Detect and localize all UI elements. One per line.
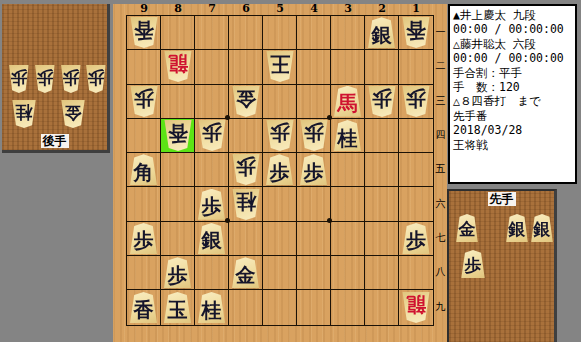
rank-label-4: 四 — [434, 118, 447, 152]
square-12[interactable] — [399, 50, 433, 84]
piece-sente-角-95[interactable]: 角 — [129, 154, 159, 185]
square-18[interactable] — [399, 256, 433, 290]
file-label-6: 6 — [229, 3, 263, 15]
square-36[interactable] — [331, 187, 365, 221]
square-45[interactable]: 歩 — [297, 153, 331, 187]
info-line-6: 手 数：120 — [453, 80, 573, 94]
hand-piece-gote-桂[interactable]: 桂 — [11, 100, 37, 128]
square-91[interactable]: 香 — [127, 16, 161, 50]
rank-label-9: 九 — [434, 289, 447, 323]
square-29[interactable] — [365, 290, 399, 324]
square-22[interactable] — [365, 50, 399, 84]
square-17[interactable]: 歩 — [399, 222, 433, 256]
hand-piece-gote-金[interactable]: 金 — [60, 100, 86, 128]
info-line-2: 00:00 / 00:00:00 — [453, 22, 573, 36]
piece-sente-銀-21[interactable]: 銀 — [367, 17, 397, 48]
square-25[interactable] — [365, 153, 399, 187]
piece-sente-香-99[interactable]: 香 — [129, 292, 159, 323]
square-28[interactable] — [365, 256, 399, 290]
square-61[interactable] — [229, 16, 263, 50]
file-label-2: 2 — [365, 3, 399, 15]
file-label-7: 7 — [195, 3, 229, 15]
piece-gote-歩-65[interactable]: 歩 — [231, 154, 261, 185]
piece-gote-香-84[interactable]: 香 — [163, 120, 193, 151]
square-33[interactable]: 馬 — [331, 85, 365, 119]
hand-piece-gote-歩[interactable]: 歩 — [85, 65, 107, 93]
square-44[interactable]: 歩 — [297, 119, 331, 153]
game-info-panel: ▲井上慶太 九段00:00 / 00:00:00△藤井聡太 六段00:00 / … — [448, 4, 577, 184]
square-35[interactable] — [331, 153, 365, 187]
rank-label-1: 一 — [434, 15, 447, 49]
sente-label: 先手 — [488, 192, 516, 206]
square-84[interactable]: 香 — [161, 119, 195, 153]
rank-label-6: 六 — [434, 186, 447, 220]
piece-gote-金-63[interactable]: 金 — [231, 86, 261, 117]
square-81[interactable] — [161, 16, 195, 50]
square-64[interactable] — [229, 119, 263, 153]
piece-gote-歩-74[interactable]: 歩 — [197, 120, 227, 151]
square-75[interactable] — [195, 153, 229, 187]
piece-gote-龍-19[interactable]: 龍 — [401, 292, 431, 323]
square-67[interactable] — [229, 222, 263, 256]
square-88[interactable]: 歩 — [161, 256, 195, 290]
square-68[interactable]: 金 — [229, 256, 263, 290]
square-87[interactable] — [161, 222, 195, 256]
shogi-board: 香銀香龍王歩金馬歩歩香歩歩歩桂角歩歩歩歩桂歩銀歩歩金香玉桂龍 — [126, 15, 434, 326]
square-56[interactable] — [263, 187, 297, 221]
hand-piece-sente-銀[interactable]: 銀 — [505, 214, 529, 242]
square-53[interactable] — [263, 85, 297, 119]
square-41[interactable] — [297, 16, 331, 50]
piece-sente-銀-77[interactable]: 銀 — [197, 223, 227, 254]
hand-piece-gote-歩[interactable]: 歩 — [60, 65, 82, 93]
square-47[interactable] — [297, 222, 331, 256]
square-57[interactable] — [263, 222, 297, 256]
square-48[interactable] — [297, 256, 331, 290]
piece-gote-香-11[interactable]: 香 — [401, 17, 431, 48]
square-46[interactable] — [297, 187, 331, 221]
square-83[interactable] — [161, 85, 195, 119]
star-point — [327, 115, 332, 120]
rank-labels: 一二三四五六七八九 — [434, 15, 447, 324]
sente-hand-row-2: 歩 — [449, 248, 554, 278]
file-labels: 987654321 — [127, 3, 433, 15]
square-37[interactable] — [331, 222, 365, 256]
rank-label-7: 七 — [434, 221, 447, 255]
piece-gote-龍-82[interactable]: 龍 — [163, 51, 193, 82]
star-point — [225, 218, 230, 223]
piece-sente-歩-88[interactable]: 歩 — [163, 257, 193, 288]
sente-hand-row-1: 金銀銀 — [449, 212, 554, 242]
square-34[interactable]: 桂 — [331, 119, 365, 153]
square-38[interactable] — [331, 256, 365, 290]
square-94[interactable] — [127, 119, 161, 153]
square-74[interactable]: 歩 — [195, 119, 229, 153]
square-96[interactable] — [127, 187, 161, 221]
square-93[interactable]: 歩 — [127, 85, 161, 119]
square-51[interactable] — [263, 16, 297, 50]
square-92[interactable] — [127, 50, 161, 84]
piece-gote-香-91[interactable]: 香 — [129, 17, 159, 48]
piece-sente-歩-97[interactable]: 歩 — [129, 223, 159, 254]
piece-gote-歩-23[interactable]: 歩 — [367, 86, 397, 117]
square-15[interactable] — [399, 153, 433, 187]
piece-sente-歩-17[interactable]: 歩 — [401, 223, 431, 254]
square-69[interactable] — [229, 290, 263, 324]
square-52[interactable]: 王 — [263, 50, 297, 84]
square-89[interactable]: 玉 — [161, 290, 195, 324]
file-label-4: 4 — [297, 3, 331, 15]
square-49[interactable] — [297, 290, 331, 324]
file-label-9: 9 — [127, 3, 161, 15]
gote-label: 後手 — [41, 134, 69, 148]
hand-piece-sente-金[interactable]: 金 — [455, 214, 479, 242]
file-label-1: 1 — [399, 3, 433, 15]
hand-piece-sente-歩[interactable]: 歩 — [460, 250, 486, 278]
square-19[interactable]: 龍 — [399, 290, 433, 324]
info-line-10: 王将戦 — [453, 138, 573, 152]
info-line-8: 先手番 — [453, 109, 573, 123]
square-26[interactable] — [365, 187, 399, 221]
piece-sente-金-68[interactable]: 金 — [231, 257, 261, 288]
rank-label-2: 二 — [434, 49, 447, 83]
square-79[interactable]: 桂 — [195, 290, 229, 324]
piece-sente-歩-76[interactable]: 歩 — [197, 189, 227, 220]
square-54[interactable]: 歩 — [263, 119, 297, 153]
piece-sente-桂-79[interactable]: 桂 — [197, 292, 227, 323]
square-73[interactable] — [195, 85, 229, 119]
piece-sente-桂-34[interactable]: 桂 — [333, 120, 363, 151]
info-line-4: 00:00 / 00:00:00 — [453, 51, 573, 65]
file-label-8: 8 — [161, 3, 195, 15]
square-85[interactable] — [161, 153, 195, 187]
square-59[interactable] — [263, 290, 297, 324]
star-point — [225, 115, 230, 120]
info-line-9: 2018/03/28 — [453, 123, 573, 137]
square-43[interactable] — [297, 85, 331, 119]
square-65[interactable]: 歩 — [229, 153, 263, 187]
shogi-app-window: 987654321 一二三四五六七八九 香銀香龍王歩金馬歩歩香歩歩歩桂角歩歩歩歩… — [0, 0, 581, 342]
square-55[interactable]: 歩 — [263, 153, 297, 187]
square-82[interactable]: 龍 — [161, 50, 195, 84]
square-14[interactable] — [399, 119, 433, 153]
square-62[interactable] — [229, 50, 263, 84]
rank-label-5: 五 — [434, 152, 447, 186]
square-76[interactable]: 歩 — [195, 187, 229, 221]
square-95[interactable]: 角 — [127, 153, 161, 187]
piece-gote-歩-44[interactable]: 歩 — [299, 120, 329, 151]
sente-captured-tray: 先手 金銀銀歩 — [447, 189, 557, 342]
square-99[interactable]: 香 — [127, 290, 161, 324]
square-27[interactable] — [365, 222, 399, 256]
hand-piece-gote-歩[interactable]: 歩 — [8, 65, 30, 93]
square-13[interactable]: 歩 — [399, 85, 433, 119]
square-78[interactable] — [195, 256, 229, 290]
info-line-1: ▲井上慶太 九段 — [453, 8, 573, 22]
piece-gote-歩-13[interactable]: 歩 — [401, 86, 431, 117]
piece-sente-歩-55[interactable]: 歩 — [265, 154, 295, 185]
square-72[interactable] — [195, 50, 229, 84]
square-39[interactable] — [331, 290, 365, 324]
gote-hand-row-1: 歩歩歩歩 — [2, 63, 107, 93]
rank-label-3: 三 — [434, 84, 447, 118]
square-63[interactable]: 金 — [229, 85, 263, 119]
piece-gote-王-52[interactable]: 王 — [265, 51, 295, 82]
square-11[interactable]: 香 — [399, 16, 433, 50]
file-label-3: 3 — [331, 3, 365, 15]
info-line-3: △藤井聡太 六段 — [453, 37, 573, 51]
square-98[interactable] — [127, 256, 161, 290]
square-21[interactable]: 銀 — [365, 16, 399, 50]
square-86[interactable] — [161, 187, 195, 221]
piece-sente-玉-89[interactable]: 玉 — [163, 292, 193, 323]
square-66[interactable]: 桂 — [229, 187, 263, 221]
piece-gote-歩-54[interactable]: 歩 — [265, 120, 295, 151]
rank-label-8: 八 — [434, 255, 447, 289]
piece-gote-桂-66[interactable]: 桂 — [231, 189, 261, 220]
info-line-7: △８四香打 まで — [453, 94, 573, 108]
square-16[interactable] — [399, 187, 433, 221]
star-point — [327, 218, 332, 223]
square-58[interactable] — [263, 256, 297, 290]
square-31[interactable] — [331, 16, 365, 50]
piece-gote-歩-93[interactable]: 歩 — [129, 86, 159, 117]
gote-hand-row-2: 桂金 — [2, 98, 107, 128]
square-97[interactable]: 歩 — [127, 222, 161, 256]
gote-captured-tray: 歩歩歩歩桂金 後手 — [2, 4, 110, 153]
square-77[interactable]: 銀 — [195, 222, 229, 256]
piece-sente-馬-33[interactable]: 馬 — [333, 86, 363, 117]
square-24[interactable] — [365, 119, 399, 153]
square-23[interactable]: 歩 — [365, 85, 399, 119]
file-label-5: 5 — [263, 3, 297, 15]
square-32[interactable] — [331, 50, 365, 84]
hand-piece-gote-歩[interactable]: 歩 — [34, 65, 56, 93]
piece-sente-歩-45[interactable]: 歩 — [299, 154, 329, 185]
square-71[interactable] — [195, 16, 229, 50]
square-42[interactable] — [297, 50, 331, 84]
hand-piece-sente-銀[interactable]: 銀 — [530, 214, 554, 242]
info-line-5: 手合割：平手 — [453, 66, 573, 80]
